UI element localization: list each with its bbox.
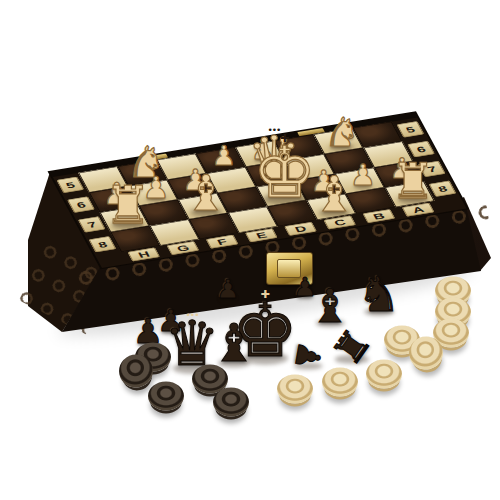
rank-label-left-5: 5 [57,177,85,193]
dark-knight: ♞ [357,270,400,318]
rank-label-left-6: 6 [67,197,95,213]
light-checker-1 [277,375,313,404]
rank-label-right-5: 5 [397,121,425,137]
light-rook-h7: ♜ [104,179,151,231]
light-rook-a8: ♜ [391,157,435,206]
light-knight-b5: ♞ [324,112,360,152]
dark-checker-3 [148,382,184,411]
product-photo-chess-set: 56785678HGFEDCBA ♞♟♜♟♟♝♟♟♚✚♛•••♟♝♟♞♟♜♟♟♛… [0,0,500,500]
rank-label-left-8: 8 [89,236,117,252]
light-king-d7: ♚ [253,137,317,208]
light-bishop-c8: ♝ [313,170,357,219]
dark-checker-5 [213,388,249,417]
light-checker-3 [366,360,402,389]
light-bishop-f7: ♝ [184,169,228,218]
rank-label-left-7: 7 [78,216,106,232]
light-checker-2 [322,368,358,397]
